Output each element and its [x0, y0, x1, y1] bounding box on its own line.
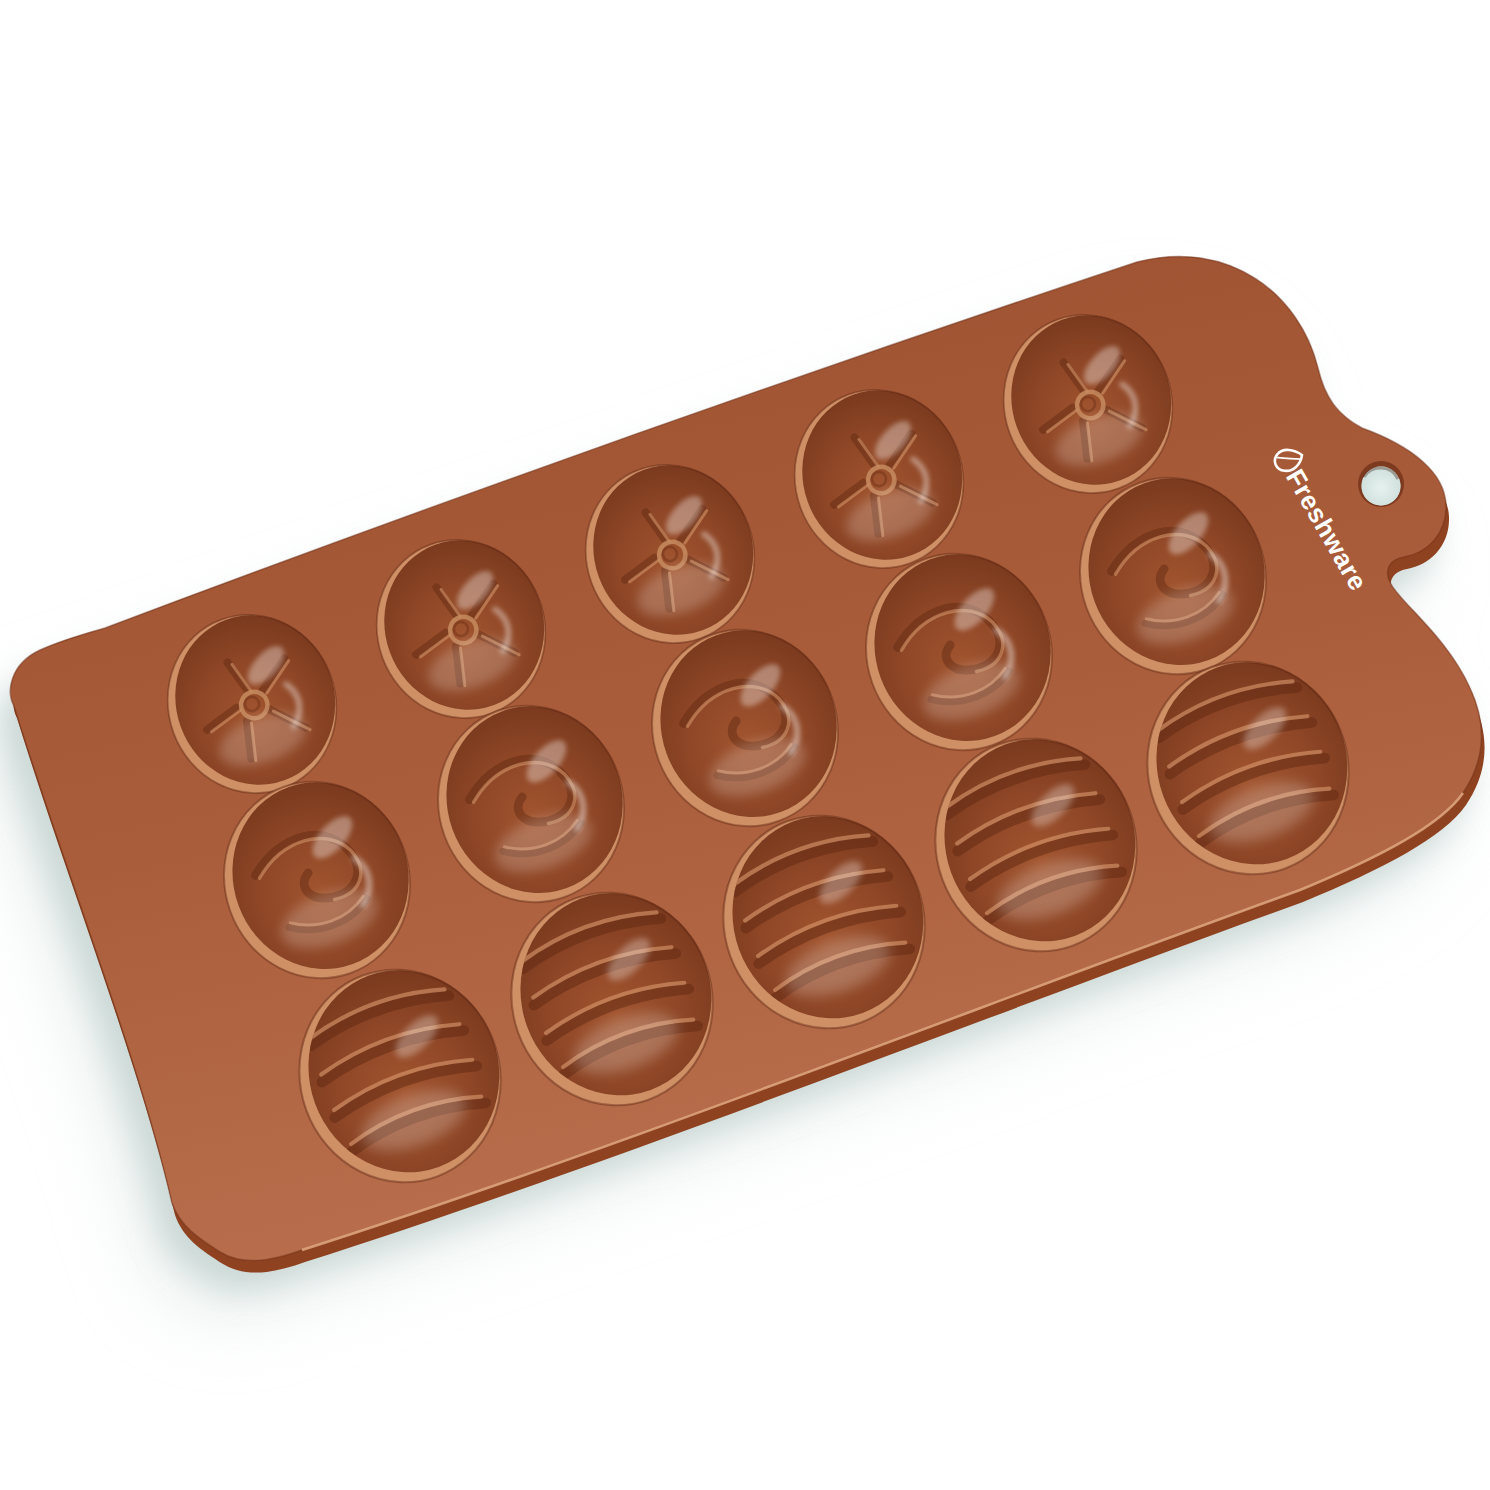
product-photo: Freshware [0, 0, 1490, 1490]
hanging-tab-hole [1358, 461, 1404, 507]
mold-photo-svg: Freshware [0, 0, 1490, 1490]
